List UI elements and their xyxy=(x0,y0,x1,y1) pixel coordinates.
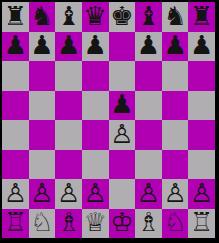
piece-white-bishop: ♗ xyxy=(57,209,80,235)
square-c1[interactable]: ♗ xyxy=(55,209,82,239)
piece-white-pawn: ♙ xyxy=(30,180,53,206)
square-f5[interactable] xyxy=(135,91,162,121)
piece-black-knight: ♞ xyxy=(163,3,186,29)
piece-white-rook: ♖ xyxy=(4,209,27,235)
piece-white-rook: ♖ xyxy=(190,209,213,235)
square-b2[interactable]: ♙ xyxy=(29,179,56,209)
piece-white-knight: ♘ xyxy=(30,209,53,235)
square-b8[interactable]: ♞ xyxy=(29,2,56,32)
square-h4[interactable] xyxy=(188,120,215,150)
piece-white-bishop: ♗ xyxy=(137,209,160,235)
square-e8[interactable]: ♚ xyxy=(109,2,136,32)
square-c7[interactable]: ♟ xyxy=(55,32,82,62)
square-c3[interactable] xyxy=(55,150,82,180)
piece-black-knight: ♞ xyxy=(30,3,53,29)
piece-white-pawn: ♙ xyxy=(190,180,213,206)
square-g1[interactable]: ♘ xyxy=(162,209,189,239)
square-g3[interactable] xyxy=(162,150,189,180)
square-g8[interactable]: ♞ xyxy=(162,2,189,32)
chessboard-frame: ♜♞♝♛♚♝♞♜♟♟♟♟♟♟♟♟♙♙♙♙♙♙♙♙♖♘♗♕♔♗♘♖ xyxy=(0,0,219,243)
piece-black-pawn: ♟ xyxy=(4,32,27,58)
square-a8[interactable]: ♜ xyxy=(2,2,29,32)
piece-black-pawn: ♟ xyxy=(190,32,213,58)
piece-black-rook: ♜ xyxy=(190,3,213,29)
square-e6[interactable] xyxy=(109,61,136,91)
square-f3[interactable] xyxy=(135,150,162,180)
piece-white-pawn: ♙ xyxy=(57,180,80,206)
square-h3[interactable] xyxy=(188,150,215,180)
piece-black-king: ♚ xyxy=(110,3,133,29)
square-f4[interactable] xyxy=(135,120,162,150)
square-a7[interactable]: ♟ xyxy=(2,32,29,62)
piece-white-knight: ♘ xyxy=(163,209,186,235)
square-b7[interactable]: ♟ xyxy=(29,32,56,62)
square-g7[interactable]: ♟ xyxy=(162,32,189,62)
piece-white-pawn: ♙ xyxy=(84,180,107,206)
square-d1[interactable]: ♕ xyxy=(82,209,109,239)
piece-white-pawn: ♙ xyxy=(137,180,160,206)
square-f6[interactable] xyxy=(135,61,162,91)
square-b5[interactable] xyxy=(29,91,56,121)
square-f1[interactable]: ♗ xyxy=(135,209,162,239)
piece-white-pawn: ♙ xyxy=(4,180,27,206)
square-a1[interactable]: ♖ xyxy=(2,209,29,239)
square-b3[interactable] xyxy=(29,150,56,180)
square-d6[interactable] xyxy=(82,61,109,91)
chess-board: ♜♞♝♛♚♝♞♜♟♟♟♟♟♟♟♟♙♙♙♙♙♙♙♙♖♘♗♕♔♗♘♖ xyxy=(2,2,215,238)
piece-black-pawn: ♟ xyxy=(163,32,186,58)
square-d2[interactable]: ♙ xyxy=(82,179,109,209)
piece-black-pawn: ♟ xyxy=(110,91,133,117)
piece-black-pawn: ♟ xyxy=(57,32,80,58)
square-d4[interactable] xyxy=(82,120,109,150)
square-e7[interactable] xyxy=(109,32,136,62)
square-e3[interactable] xyxy=(109,150,136,180)
square-f2[interactable]: ♙ xyxy=(135,179,162,209)
square-e4[interactable]: ♙ xyxy=(109,120,136,150)
square-h1[interactable]: ♖ xyxy=(188,209,215,239)
square-d3[interactable] xyxy=(82,150,109,180)
square-d5[interactable] xyxy=(82,91,109,121)
square-f7[interactable]: ♟ xyxy=(135,32,162,62)
square-g6[interactable] xyxy=(162,61,189,91)
piece-white-queen: ♕ xyxy=(84,209,107,235)
square-h7[interactable]: ♟ xyxy=(188,32,215,62)
piece-black-queen: ♛ xyxy=(84,3,107,29)
square-a6[interactable] xyxy=(2,61,29,91)
square-h6[interactable] xyxy=(188,61,215,91)
square-d7[interactable]: ♟ xyxy=(82,32,109,62)
piece-black-bishop: ♝ xyxy=(57,3,80,29)
piece-black-bishop: ♝ xyxy=(137,3,160,29)
square-c5[interactable] xyxy=(55,91,82,121)
square-b6[interactable] xyxy=(29,61,56,91)
piece-black-rook: ♜ xyxy=(4,3,27,29)
piece-white-king: ♔ xyxy=(110,209,133,235)
square-b4[interactable] xyxy=(29,120,56,150)
square-e2[interactable] xyxy=(109,179,136,209)
square-c8[interactable]: ♝ xyxy=(55,2,82,32)
square-c2[interactable]: ♙ xyxy=(55,179,82,209)
piece-black-pawn: ♟ xyxy=(137,32,160,58)
square-g2[interactable]: ♙ xyxy=(162,179,189,209)
square-d8[interactable]: ♛ xyxy=(82,2,109,32)
square-f8[interactable]: ♝ xyxy=(135,2,162,32)
square-h8[interactable]: ♜ xyxy=(188,2,215,32)
piece-white-pawn: ♙ xyxy=(110,121,133,147)
square-e1[interactable]: ♔ xyxy=(109,209,136,239)
square-a4[interactable] xyxy=(2,120,29,150)
square-g4[interactable] xyxy=(162,120,189,150)
square-b1[interactable]: ♘ xyxy=(29,209,56,239)
square-h5[interactable] xyxy=(188,91,215,121)
piece-black-pawn: ♟ xyxy=(84,32,107,58)
square-g5[interactable] xyxy=(162,91,189,121)
square-c4[interactable] xyxy=(55,120,82,150)
square-c6[interactable] xyxy=(55,61,82,91)
square-e5[interactable]: ♟ xyxy=(109,91,136,121)
square-a3[interactable] xyxy=(2,150,29,180)
square-a2[interactable]: ♙ xyxy=(2,179,29,209)
piece-white-pawn: ♙ xyxy=(163,180,186,206)
square-h2[interactable]: ♙ xyxy=(188,179,215,209)
piece-black-pawn: ♟ xyxy=(30,32,53,58)
square-a5[interactable] xyxy=(2,91,29,121)
